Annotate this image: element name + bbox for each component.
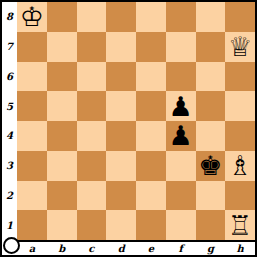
chess-diagram: 87654321 ♔♕♟♟♚♗♖ abcdefgh xyxy=(0,0,257,257)
piece-white-rook[interactable]: ♖ xyxy=(228,211,252,240)
file-label-h: h xyxy=(225,242,255,255)
square-b4[interactable] xyxy=(47,121,77,151)
square-e5[interactable] xyxy=(136,91,166,121)
rank-label-5: 5 xyxy=(2,91,17,121)
square-e4[interactable] xyxy=(136,121,166,151)
piece-black-pawn[interactable]: ♟ xyxy=(169,121,193,150)
square-e6[interactable] xyxy=(136,62,166,92)
rank-label-2: 2 xyxy=(2,181,17,211)
square-c7[interactable] xyxy=(77,32,107,62)
square-a5[interactable] xyxy=(17,91,47,121)
square-a1[interactable] xyxy=(17,210,47,240)
square-a3[interactable] xyxy=(17,151,47,181)
square-b3[interactable] xyxy=(47,151,77,181)
square-g3[interactable]: ♚ xyxy=(196,151,226,181)
square-f8[interactable] xyxy=(166,2,196,32)
file-labels: abcdefgh xyxy=(17,242,255,255)
file-label-b: b xyxy=(47,242,77,255)
square-g8[interactable] xyxy=(196,2,226,32)
piece-white-king[interactable]: ♔ xyxy=(20,2,44,31)
square-f2[interactable] xyxy=(166,181,196,211)
piece-white-queen[interactable]: ♕ xyxy=(228,32,252,61)
square-c2[interactable] xyxy=(77,181,107,211)
square-f4[interactable]: ♟ xyxy=(166,121,196,151)
square-d4[interactable] xyxy=(106,121,136,151)
square-a4[interactable] xyxy=(17,121,47,151)
square-b8[interactable] xyxy=(47,2,77,32)
square-g4[interactable] xyxy=(196,121,226,151)
square-h5[interactable] xyxy=(225,91,255,121)
square-f1[interactable] xyxy=(166,210,196,240)
square-e3[interactable] xyxy=(136,151,166,181)
square-a8[interactable]: ♔ xyxy=(17,2,47,32)
rank-label-6: 6 xyxy=(2,62,17,92)
square-h6[interactable] xyxy=(225,62,255,92)
file-label-a: a xyxy=(17,242,47,255)
file-label-f: f xyxy=(166,242,196,255)
file-label-e: e xyxy=(136,242,166,255)
square-b1[interactable] xyxy=(47,210,77,240)
square-e7[interactable] xyxy=(136,32,166,62)
square-g7[interactable] xyxy=(196,32,226,62)
rank-label-4: 4 xyxy=(2,121,17,151)
chess-board: ♔♕♟♟♚♗♖ xyxy=(17,2,255,242)
square-h1[interactable]: ♖ xyxy=(225,210,255,240)
file-label-d: d xyxy=(106,242,136,255)
square-a2[interactable] xyxy=(17,181,47,211)
square-f6[interactable] xyxy=(166,62,196,92)
piece-black-pawn[interactable]: ♟ xyxy=(169,92,193,121)
square-c8[interactable] xyxy=(77,2,107,32)
white-to-move-indicator xyxy=(3,237,20,254)
square-g2[interactable] xyxy=(196,181,226,211)
square-c5[interactable] xyxy=(77,91,107,121)
square-e8[interactable] xyxy=(136,2,166,32)
square-e1[interactable] xyxy=(136,210,166,240)
square-e2[interactable] xyxy=(136,181,166,211)
square-d3[interactable] xyxy=(106,151,136,181)
square-b7[interactable] xyxy=(47,32,77,62)
square-h4[interactable] xyxy=(225,121,255,151)
file-label-c: c xyxy=(77,242,107,255)
piece-white-bishop[interactable]: ♗ xyxy=(228,151,252,180)
square-d1[interactable] xyxy=(106,210,136,240)
square-d8[interactable] xyxy=(106,2,136,32)
square-b5[interactable] xyxy=(47,91,77,121)
square-d7[interactable] xyxy=(106,32,136,62)
square-f5[interactable]: ♟ xyxy=(166,91,196,121)
rank-label-8: 8 xyxy=(2,2,17,32)
square-a6[interactable] xyxy=(17,62,47,92)
square-d5[interactable] xyxy=(106,91,136,121)
square-f3[interactable] xyxy=(166,151,196,181)
file-label-g: g xyxy=(196,242,226,255)
piece-black-king[interactable]: ♚ xyxy=(198,151,222,180)
rank-label-7: 7 xyxy=(2,32,17,62)
square-c4[interactable] xyxy=(77,121,107,151)
square-h3[interactable]: ♗ xyxy=(225,151,255,181)
square-c6[interactable] xyxy=(77,62,107,92)
square-b6[interactable] xyxy=(47,62,77,92)
square-c1[interactable] xyxy=(77,210,107,240)
square-a7[interactable] xyxy=(17,32,47,62)
rank-label-3: 3 xyxy=(2,151,17,181)
square-d6[interactable] xyxy=(106,62,136,92)
square-c3[interactable] xyxy=(77,151,107,181)
rank-label-1: 1 xyxy=(2,210,17,240)
square-g6[interactable] xyxy=(196,62,226,92)
square-d2[interactable] xyxy=(106,181,136,211)
square-f7[interactable] xyxy=(166,32,196,62)
square-h2[interactable] xyxy=(225,181,255,211)
rank-labels: 87654321 xyxy=(2,2,17,240)
square-g1[interactable] xyxy=(196,210,226,240)
square-g5[interactable] xyxy=(196,91,226,121)
square-h8[interactable] xyxy=(225,2,255,32)
square-b2[interactable] xyxy=(47,181,77,211)
square-h7[interactable]: ♕ xyxy=(225,32,255,62)
